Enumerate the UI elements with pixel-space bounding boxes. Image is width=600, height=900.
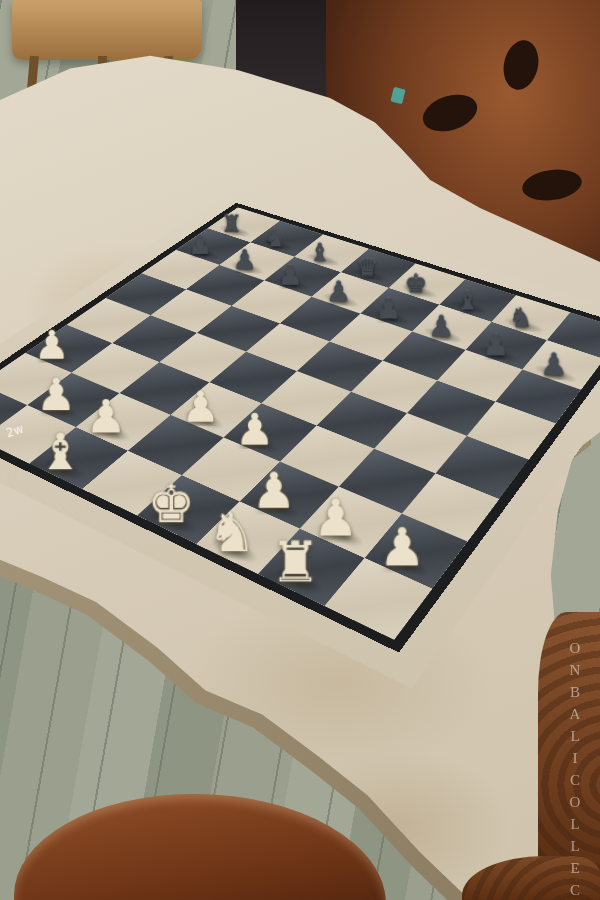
price-tag (390, 87, 405, 104)
piece-white-rook: ♜ (256, 535, 334, 591)
piece-white-pawn: ♟ (363, 522, 440, 574)
photo-scene: ♜♞♝♛♚♝♞♟♟♟♟♟♟♟♟♟♟♟♟♟♟♟♟♝♚♞♜ 2w ONBALICOL… (0, 0, 600, 900)
watermark-text: ONBALICOLLEC (566, 640, 583, 895)
piece-white-bishop: ♝ (25, 428, 95, 478)
piece-black-pawn: ♟ (359, 295, 418, 324)
chair-knot-hole (418, 88, 482, 138)
piece-black-pawn: ♟ (411, 313, 471, 342)
piece-white-pawn: ♟ (221, 407, 289, 451)
piece-black-pawn: ♟ (522, 350, 585, 381)
piece-white-pawn: ♟ (21, 325, 83, 364)
chair-knot-hole (499, 37, 543, 93)
wooden-stool (12, 0, 202, 60)
chair-knot-hole (520, 166, 584, 204)
piece-black-pawn: ♟ (465, 331, 526, 361)
